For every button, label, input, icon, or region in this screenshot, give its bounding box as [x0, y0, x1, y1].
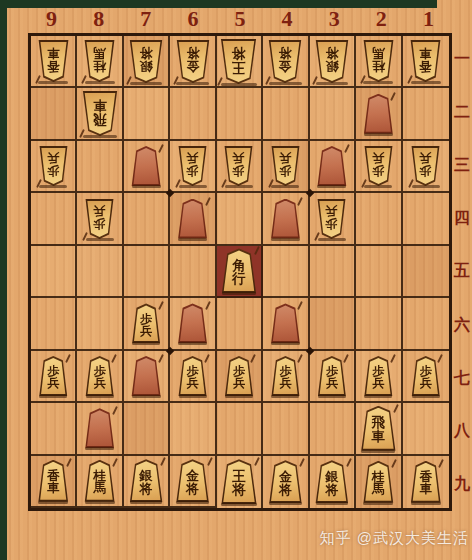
- bishop-range-marker: [130, 146, 162, 186]
- sente-gold[interactable]: 金将: [267, 460, 303, 503]
- frame-left: [0, 0, 7, 560]
- square-4-6[interactable]: [263, 298, 309, 350]
- piece-face: 香車: [39, 42, 68, 80]
- piece-shadow: [225, 185, 253, 188]
- piece-shadow: [412, 395, 440, 398]
- piece-shadow: [269, 502, 301, 505]
- piece-face: 歩兵: [133, 305, 160, 341]
- piece-shadow: [38, 81, 68, 84]
- square-7-6[interactable]: 歩兵: [124, 298, 170, 350]
- sente-silver[interactable]: 銀将: [314, 460, 350, 503]
- piece-char: 車: [372, 430, 386, 444]
- piece-char: 金: [279, 60, 292, 73]
- piece-char: 飛: [93, 112, 107, 126]
- square-5-4[interactable]: [217, 193, 263, 245]
- marker-face: [86, 410, 114, 446]
- piece-char: 金: [279, 470, 292, 483]
- rank-label-2: 二: [452, 86, 472, 139]
- square-2-2[interactable]: [356, 88, 402, 140]
- gote-pawn[interactable]: 歩兵: [177, 146, 208, 186]
- marker-face: [271, 201, 299, 237]
- sente-bishop[interactable]: 角行: [220, 248, 258, 293]
- sente-pawn[interactable]: 歩兵: [410, 356, 441, 396]
- piece-char: 歩: [187, 165, 199, 177]
- sente-lance[interactable]: 香車: [409, 461, 442, 503]
- file-label-4: 4: [264, 6, 311, 32]
- square-7-8[interactable]: [124, 403, 170, 455]
- piece-char: 将: [279, 46, 292, 59]
- piece-face: 歩兵: [318, 201, 345, 237]
- sente-knight[interactable]: 桂馬: [83, 460, 116, 502]
- square-7-1[interactable]: 銀将: [124, 36, 170, 88]
- square-4-7[interactable]: 歩兵: [263, 351, 309, 403]
- bishop-range-marker: [84, 408, 116, 448]
- square-1-3[interactable]: 歩兵: [403, 141, 449, 193]
- piece-char: 兵: [372, 377, 384, 389]
- square-8-1[interactable]: 桂馬: [77, 36, 123, 88]
- file-label-3: 3: [311, 6, 358, 32]
- piece-face: 銀将: [316, 462, 348, 501]
- marker-face: [132, 148, 160, 184]
- sente-silver[interactable]: 銀将: [128, 459, 164, 502]
- piece-char: 歩: [372, 165, 384, 177]
- piece-face: 歩兵: [365, 358, 392, 394]
- piece-char: 馬: [93, 47, 106, 60]
- piece-char: 将: [186, 46, 199, 59]
- square-2-1[interactable]: 桂馬: [356, 36, 402, 88]
- bishop-range-marker: [269, 303, 301, 343]
- square-4-8[interactable]: [263, 403, 309, 455]
- sente-pawn[interactable]: 歩兵: [270, 356, 301, 396]
- piece-face: 香車: [411, 463, 440, 501]
- square-9-6[interactable]: [31, 298, 77, 350]
- gote-pawn[interactable]: 歩兵: [38, 146, 69, 186]
- square-5-9[interactable]: 王将: [217, 456, 263, 508]
- piece-shadow: [132, 395, 161, 398]
- sente-pawn[interactable]: 歩兵: [177, 356, 208, 396]
- file-label-7: 7: [122, 6, 169, 32]
- piece-shadow: [176, 82, 208, 85]
- piece-face: 王将: [221, 41, 256, 82]
- piece-face: 桂馬: [364, 42, 393, 80]
- piece-char: 兵: [279, 377, 291, 389]
- piece-shadow: [179, 395, 207, 398]
- piece-shadow: [222, 292, 256, 295]
- piece-face: 金将: [177, 42, 209, 81]
- piece-char: 歩: [326, 217, 338, 229]
- bishop-range-marker: [130, 356, 162, 396]
- rank-label-9: 九: [452, 458, 472, 511]
- piece-face: 角行: [222, 250, 256, 291]
- rank-label-4: 四: [452, 192, 472, 245]
- piece-char: 兵: [140, 325, 152, 337]
- square-1-5[interactable]: [403, 246, 449, 298]
- piece-face: 桂馬: [85, 462, 114, 500]
- piece-shadow: [318, 395, 346, 398]
- square-3-1[interactable]: 銀将: [310, 36, 356, 88]
- piece-shadow: [130, 501, 162, 504]
- square-9-4[interactable]: [31, 193, 77, 245]
- piece-char: 馬: [372, 483, 385, 496]
- piece-shadow: [411, 81, 441, 84]
- bishop-range-marker: [362, 94, 394, 134]
- piece-shadow: [221, 503, 256, 506]
- gote-pawn[interactable]: 歩兵: [223, 146, 254, 186]
- square-4-3[interactable]: 歩兵: [263, 141, 309, 193]
- piece-char: 兵: [420, 152, 432, 164]
- square-8-2[interactable]: 飛車: [77, 88, 123, 140]
- gote-pawn[interactable]: 歩兵: [363, 146, 394, 186]
- piece-char: 銀: [325, 470, 338, 483]
- file-label-9: 9: [28, 6, 75, 32]
- piece-char: 将: [232, 483, 246, 497]
- piece-shadow: [271, 395, 299, 398]
- piece-shadow: [225, 395, 253, 398]
- sente-pawn[interactable]: 歩兵: [38, 356, 69, 396]
- square-7-4[interactable]: [124, 193, 170, 245]
- square-9-3[interactable]: 歩兵: [31, 141, 77, 193]
- square-5-7[interactable]: 歩兵: [217, 351, 263, 403]
- square-3-4[interactable]: 歩兵: [310, 193, 356, 245]
- piece-char: 兵: [279, 152, 291, 164]
- square-1-2[interactable]: [403, 88, 449, 140]
- piece-char: 将: [140, 482, 153, 495]
- piece-shadow: [316, 82, 348, 85]
- piece-char: 車: [47, 482, 60, 495]
- square-6-5[interactable]: [170, 246, 216, 298]
- piece-char: 馬: [372, 47, 385, 60]
- square-2-6[interactable]: [356, 298, 402, 350]
- piece-char: 将: [325, 483, 338, 496]
- piece-face: 金将: [177, 461, 209, 500]
- piece-shadow: [364, 133, 393, 136]
- sente-gold[interactable]: 金将: [175, 459, 211, 502]
- rank-label-5: 五: [452, 245, 472, 298]
- square-9-5[interactable]: [31, 246, 77, 298]
- marker-face: [179, 201, 207, 237]
- square-3-3[interactable]: [310, 141, 356, 193]
- square-1-8[interactable]: [403, 403, 449, 455]
- square-2-7[interactable]: 歩兵: [356, 351, 402, 403]
- gote-pawn[interactable]: 歩兵: [270, 146, 301, 186]
- piece-face: 飛車: [83, 93, 117, 134]
- gote-gold[interactable]: 金将: [175, 40, 211, 83]
- piece-char: 車: [420, 47, 433, 60]
- file-label-5: 5: [216, 6, 263, 32]
- piece-char: 兵: [47, 152, 59, 164]
- piece-shadow: [85, 81, 115, 84]
- piece-shadow: [39, 395, 67, 398]
- piece-shadow: [271, 238, 300, 241]
- square-7-7[interactable]: [124, 351, 170, 403]
- square-1-6[interactable]: [403, 298, 449, 350]
- sente-pawn[interactable]: 歩兵: [84, 356, 115, 396]
- square-7-2[interactable]: [124, 88, 170, 140]
- piece-char: 歩: [47, 165, 59, 177]
- piece-char: 将: [140, 46, 153, 59]
- square-9-8[interactable]: [31, 403, 77, 455]
- square-3-2[interactable]: [310, 88, 356, 140]
- square-5-6[interactable]: [217, 298, 263, 350]
- piece-face: 桂馬: [364, 463, 393, 501]
- square-2-8[interactable]: 飛車: [356, 403, 402, 455]
- square-3-9[interactable]: 銀将: [310, 456, 356, 508]
- piece-char: 歩: [233, 165, 245, 177]
- piece-char: 銀: [325, 60, 338, 73]
- piece-shadow: [271, 342, 300, 345]
- square-2-4[interactable]: [356, 193, 402, 245]
- rank-label-6: 六: [452, 299, 472, 352]
- piece-face: 香車: [39, 462, 68, 500]
- sente-king[interactable]: 王将: [219, 459, 258, 504]
- piece-face: 飛車: [361, 408, 395, 449]
- piece-char: 歩: [94, 217, 106, 229]
- piece-face: 金将: [269, 462, 301, 501]
- piece-shadow: [364, 185, 392, 188]
- square-7-5[interactable]: [124, 246, 170, 298]
- piece-char: 歩: [420, 165, 432, 177]
- square-6-4[interactable]: [170, 193, 216, 245]
- gote-knight[interactable]: 桂馬: [362, 40, 395, 82]
- piece-face: 歩兵: [225, 358, 252, 394]
- piece-shadow: [269, 82, 301, 85]
- piece-face: 歩兵: [179, 148, 206, 184]
- square-6-2[interactable]: [170, 88, 216, 140]
- piece-char: 兵: [326, 377, 338, 389]
- square-2-3[interactable]: 歩兵: [356, 141, 402, 193]
- sente-pawn[interactable]: 歩兵: [131, 303, 162, 343]
- piece-shadow: [83, 135, 117, 138]
- piece-shadow: [178, 238, 207, 241]
- rank-label-1: 一: [452, 33, 472, 86]
- gote-silver[interactable]: 銀将: [128, 40, 164, 83]
- piece-shadow: [176, 501, 208, 504]
- piece-shadow: [364, 395, 392, 398]
- square-8-9[interactable]: 桂馬: [77, 456, 123, 508]
- piece-shadow: [132, 342, 160, 345]
- piece-char: 兵: [187, 377, 199, 389]
- square-6-1[interactable]: 金将: [170, 36, 216, 88]
- piece-shadow: [130, 82, 162, 85]
- square-5-1[interactable]: 王将: [217, 36, 263, 88]
- piece-face: 歩兵: [412, 358, 439, 394]
- piece-char: 車: [47, 47, 60, 60]
- gote-pawn[interactable]: 歩兵: [316, 199, 347, 239]
- piece-face: 歩兵: [40, 358, 67, 394]
- piece-shadow: [179, 185, 207, 188]
- square-1-9[interactable]: 香車: [403, 456, 449, 508]
- gote-lance[interactable]: 香車: [37, 40, 70, 82]
- square-8-6[interactable]: [77, 298, 123, 350]
- sente-pawn[interactable]: 歩兵: [223, 356, 254, 396]
- piece-char: 兵: [47, 377, 59, 389]
- watermark: 知乎 @武汉大美生活: [320, 529, 469, 548]
- square-3-5[interactable]: [310, 246, 356, 298]
- bishop-range-marker: [177, 199, 209, 239]
- gote-pawn[interactable]: 歩兵: [410, 146, 441, 186]
- piece-face: 歩兵: [40, 148, 67, 184]
- square-4-5[interactable]: [263, 246, 309, 298]
- piece-face: 桂馬: [85, 42, 114, 80]
- piece-shadow: [411, 502, 441, 505]
- piece-char: 将: [279, 483, 292, 496]
- piece-char: 兵: [326, 205, 338, 217]
- square-9-2[interactable]: [31, 88, 77, 140]
- square-9-9[interactable]: 香車: [31, 456, 77, 508]
- piece-face: 歩兵: [272, 358, 299, 394]
- piece-char: 桂: [372, 60, 385, 73]
- marker-face: [364, 96, 392, 132]
- piece-shadow: [271, 185, 299, 188]
- square-5-3[interactable]: 歩兵: [217, 141, 263, 193]
- piece-char: 桂: [93, 60, 106, 73]
- piece-char: 兵: [420, 377, 432, 389]
- piece-char: 将: [186, 482, 199, 495]
- square-8-8[interactable]: [77, 403, 123, 455]
- square-9-1[interactable]: 香車: [31, 36, 77, 88]
- marker-face: [271, 305, 299, 341]
- marker-face: [318, 148, 346, 184]
- square-2-5[interactable]: [356, 246, 402, 298]
- square-4-2[interactable]: [263, 88, 309, 140]
- square-8-4[interactable]: 歩兵: [77, 193, 123, 245]
- piece-char: 兵: [233, 377, 245, 389]
- square-6-9[interactable]: 金将: [170, 456, 216, 508]
- piece-char: 行: [232, 272, 246, 286]
- piece-char: 馬: [93, 482, 106, 495]
- piece-face: 銀将: [130, 42, 162, 81]
- sente-pawn[interactable]: 歩兵: [363, 356, 394, 396]
- piece-char: 兵: [372, 152, 384, 164]
- piece-face: 歩兵: [318, 358, 345, 394]
- bishop-range-marker: [177, 303, 209, 343]
- bishop-range-marker: [316, 146, 348, 186]
- piece-face: 歩兵: [272, 148, 299, 184]
- square-5-5[interactable]: 角行: [217, 246, 263, 298]
- piece-char: 金: [186, 469, 199, 482]
- gote-pawn[interactable]: 歩兵: [84, 199, 115, 239]
- square-8-7[interactable]: 歩兵: [77, 351, 123, 403]
- piece-shadow: [318, 238, 346, 241]
- piece-shadow: [412, 185, 440, 188]
- piece-face: 歩兵: [412, 148, 439, 184]
- piece-char: 兵: [94, 377, 106, 389]
- square-6-6[interactable]: [170, 298, 216, 350]
- square-8-5[interactable]: [77, 246, 123, 298]
- square-4-9[interactable]: 金将: [263, 456, 309, 508]
- piece-char: 将: [232, 46, 246, 60]
- marker-face: [179, 305, 207, 341]
- sente-pawn[interactable]: 歩兵: [316, 356, 347, 396]
- square-1-7[interactable]: 歩兵: [403, 351, 449, 403]
- square-7-3[interactable]: [124, 141, 170, 193]
- sente-knight[interactable]: 桂馬: [362, 461, 395, 503]
- square-2-9[interactable]: 桂馬: [356, 456, 402, 508]
- file-labels: 987654321: [28, 6, 452, 32]
- piece-face: 歩兵: [86, 201, 113, 237]
- piece-char: 兵: [187, 152, 199, 164]
- piece-char: 将: [325, 46, 338, 59]
- piece-face: 歩兵: [365, 148, 392, 184]
- square-6-7[interactable]: 歩兵: [170, 351, 216, 403]
- piece-shadow: [221, 83, 256, 86]
- square-7-9[interactable]: 銀将: [124, 456, 170, 508]
- piece-face: 王将: [221, 461, 256, 502]
- piece-char: 銀: [140, 469, 153, 482]
- marker-face: [132, 358, 160, 394]
- rank-label-7: 七: [452, 352, 472, 405]
- square-5-2[interactable]: [217, 88, 263, 140]
- piece-face: 香車: [411, 42, 440, 80]
- piece-char: 香: [47, 60, 60, 73]
- piece-shadow: [85, 501, 115, 504]
- square-3-6[interactable]: [310, 298, 356, 350]
- piece-face: 金将: [269, 42, 301, 81]
- gote-knight[interactable]: 桂馬: [83, 40, 116, 82]
- gote-silver[interactable]: 銀将: [314, 40, 350, 83]
- piece-char: 銀: [140, 60, 153, 73]
- square-6-8[interactable]: [170, 403, 216, 455]
- piece-face: 歩兵: [225, 148, 252, 184]
- bishop-range-marker: [269, 199, 301, 239]
- square-1-1[interactable]: 香車: [403, 36, 449, 88]
- file-label-8: 8: [75, 6, 122, 32]
- square-4-4[interactable]: [263, 193, 309, 245]
- gote-king[interactable]: 王将: [219, 39, 258, 84]
- piece-char: 兵: [94, 205, 106, 217]
- gote-gold[interactable]: 金将: [267, 40, 303, 83]
- piece-shadow: [178, 342, 207, 345]
- piece-char: 車: [93, 98, 107, 112]
- piece-shadow: [39, 185, 67, 188]
- gote-lance[interactable]: 香車: [409, 40, 442, 82]
- piece-char: 車: [420, 483, 433, 496]
- file-label-6: 6: [169, 6, 216, 32]
- square-1-4[interactable]: [403, 193, 449, 245]
- piece-face: 銀将: [316, 42, 348, 81]
- square-5-8[interactable]: [217, 403, 263, 455]
- square-6-3[interactable]: 歩兵: [170, 141, 216, 193]
- square-3-8[interactable]: [310, 403, 356, 455]
- piece-face: 歩兵: [86, 358, 113, 394]
- piece-shadow: [317, 185, 346, 188]
- piece-shadow: [132, 185, 161, 188]
- sente-rook[interactable]: 飛車: [359, 406, 397, 451]
- piece-face: 銀将: [130, 461, 162, 500]
- piece-shadow: [361, 450, 395, 453]
- piece-shadow: [363, 81, 393, 84]
- piece-shadow: [85, 447, 114, 450]
- piece-shadow: [316, 502, 348, 505]
- piece-face: 歩兵: [179, 358, 206, 394]
- shogi-board: 香車桂馬銀将金将王将金将銀将桂馬香車飛車歩兵歩兵歩兵歩兵歩兵歩兵歩兵歩兵角行歩兵…: [28, 33, 452, 511]
- piece-shadow: [86, 238, 114, 241]
- file-label-1: 1: [405, 6, 452, 32]
- piece-char: 歩: [279, 165, 291, 177]
- rank-label-8: 八: [452, 405, 472, 458]
- rank-label-3: 三: [452, 139, 472, 192]
- piece-shadow: [38, 501, 68, 504]
- square-8-3[interactable]: [77, 141, 123, 193]
- square-9-7[interactable]: 歩兵: [31, 351, 77, 403]
- sente-lance[interactable]: 香車: [37, 460, 70, 502]
- file-label-2: 2: [358, 6, 405, 32]
- gote-rook[interactable]: 飛車: [81, 91, 119, 136]
- square-4-1[interactable]: 金将: [263, 36, 309, 88]
- piece-shadow: [363, 502, 393, 505]
- piece-shadow: [86, 395, 114, 398]
- square-3-7[interactable]: 歩兵: [310, 351, 356, 403]
